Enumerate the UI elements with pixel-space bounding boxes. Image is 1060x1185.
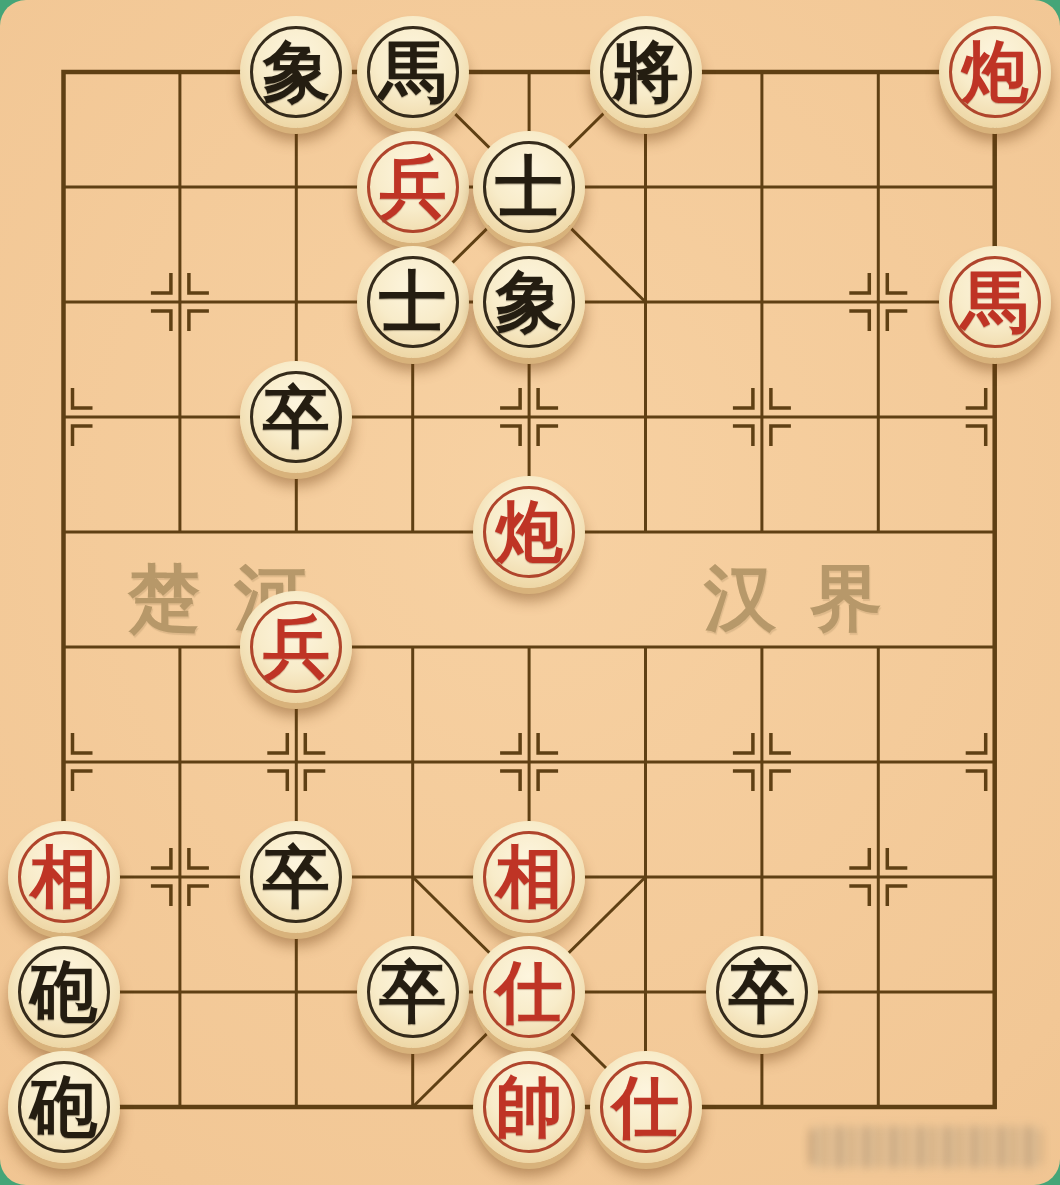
piece-glyph: 帥 [473,1051,585,1163]
watermark-blur [810,1126,1042,1168]
piece-black-卒[interactable]: 卒 [357,936,469,1048]
piece-red-兵[interactable]: 兵 [240,591,352,703]
piece-red-兵[interactable]: 兵 [357,131,469,243]
piece-glyph: 砲 [8,936,120,1048]
piece-glyph: 象 [473,246,585,358]
piece-glyph: 士 [473,131,585,243]
piece-glyph: 兵 [240,591,352,703]
piece-glyph: 仕 [590,1051,702,1163]
piece-glyph: 士 [357,246,469,358]
piece-black-士[interactable]: 士 [357,246,469,358]
piece-black-士[interactable]: 士 [473,131,585,243]
piece-glyph: 炮 [473,476,585,588]
piece-glyph: 兵 [357,131,469,243]
piece-black-將[interactable]: 將 [590,16,702,128]
piece-black-象[interactable]: 象 [240,16,352,128]
piece-glyph: 將 [590,16,702,128]
piece-glyph: 馬 [357,16,469,128]
piece-red-炮[interactable]: 炮 [473,476,585,588]
piece-red-炮[interactable]: 炮 [939,16,1051,128]
piece-red-馬[interactable]: 馬 [939,246,1051,358]
piece-red-仕[interactable]: 仕 [473,936,585,1048]
piece-black-卒[interactable]: 卒 [240,361,352,473]
xiangqi-board[interactable]: 楚河 汉界 象馬將炮兵士士象馬卒炮兵相卒相砲卒仕卒砲帥仕 [0,0,1060,1185]
piece-black-砲[interactable]: 砲 [8,936,120,1048]
piece-glyph: 相 [8,821,120,933]
piece-black-象[interactable]: 象 [473,246,585,358]
piece-black-卒[interactable]: 卒 [706,936,818,1048]
piece-glyph: 卒 [240,361,352,473]
piece-black-砲[interactable]: 砲 [8,1051,120,1163]
piece-red-仕[interactable]: 仕 [590,1051,702,1163]
piece-red-相[interactable]: 相 [8,821,120,933]
piece-glyph: 卒 [706,936,818,1048]
piece-black-卒[interactable]: 卒 [240,821,352,933]
piece-glyph: 相 [473,821,585,933]
piece-glyph: 仕 [473,936,585,1048]
piece-red-相[interactable]: 相 [473,821,585,933]
piece-glyph: 卒 [357,936,469,1048]
piece-glyph: 象 [240,16,352,128]
river-label-han-jie: 汉界 [704,551,916,647]
piece-glyph: 卒 [240,821,352,933]
piece-red-帥[interactable]: 帥 [473,1051,585,1163]
piece-glyph: 炮 [939,16,1051,128]
piece-black-馬[interactable]: 馬 [357,16,469,128]
piece-glyph: 砲 [8,1051,120,1163]
piece-glyph: 馬 [939,246,1051,358]
